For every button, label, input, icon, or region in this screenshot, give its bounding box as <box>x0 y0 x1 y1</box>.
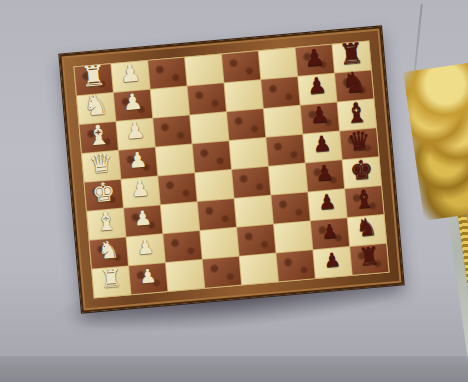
square-r6c3[interactable] <box>161 202 199 233</box>
square-r8c1[interactable]: ♜ <box>92 266 130 297</box>
white-pawn[interactable]: ♟ <box>139 265 158 285</box>
square-r2c2[interactable]: ♟ <box>114 90 152 121</box>
square-r6c1[interactable]: ♝ <box>87 209 125 240</box>
square-r6c7[interactable]: ♟ <box>308 189 346 220</box>
square-r8c3[interactable] <box>166 260 204 291</box>
square-r7c1[interactable]: ♞ <box>90 237 128 268</box>
square-r6c4[interactable] <box>198 199 236 230</box>
square-r8c7[interactable]: ♟ <box>313 247 351 278</box>
square-r7c3[interactable] <box>163 231 201 262</box>
red-bishop[interactable]: ♝ <box>343 97 369 126</box>
gilt-mirror <box>418 43 468 377</box>
red-pawn[interactable]: ♟ <box>309 103 331 127</box>
board-squares: ♜♟♟♜♞♟♟♞♝♟♟♝♛♟♟♛♚♟♟♚♝♟♟♝♞♟♟♞♜♟♟♜ <box>73 41 389 299</box>
red-queen[interactable]: ♛ <box>346 127 371 155</box>
square-r2c3[interactable] <box>151 87 189 118</box>
square-r6c5[interactable] <box>235 196 273 227</box>
red-pawn[interactable]: ♟ <box>312 133 333 156</box>
square-r8c5[interactable] <box>240 253 278 284</box>
square-r5c2[interactable]: ♟ <box>121 176 159 207</box>
white-pawn[interactable]: ♟ <box>133 207 153 228</box>
red-king[interactable]: ♚ <box>349 156 374 184</box>
red-knight[interactable]: ♞ <box>355 215 379 241</box>
square-r4c4[interactable] <box>193 141 231 172</box>
red-rook[interactable]: ♜ <box>357 243 381 269</box>
photo-scene: ♜♟♟♜♞♟♟♞♝♟♟♝♛♟♟♛♚♟♟♚♝♟♟♝♞♟♟♞♜♟♟♜ <box>0 0 468 382</box>
white-king[interactable]: ♚ <box>91 178 116 206</box>
square-r7c4[interactable] <box>200 228 238 259</box>
square-r3c4[interactable] <box>190 112 228 143</box>
square-r6c6[interactable] <box>271 192 309 223</box>
square-r5c4[interactable] <box>195 170 233 201</box>
mirror-crest-ornament <box>403 63 468 221</box>
square-r5c7[interactable]: ♟ <box>306 160 344 191</box>
red-pawn[interactable]: ♟ <box>314 162 335 185</box>
red-pawn[interactable]: ♟ <box>306 74 328 98</box>
square-r7c2[interactable]: ♟ <box>127 234 165 265</box>
square-r1c5[interactable] <box>222 51 260 82</box>
red-pawn[interactable]: ♟ <box>323 249 342 269</box>
square-r3c6[interactable] <box>264 106 302 137</box>
square-r6c8[interactable]: ♝ <box>345 186 383 217</box>
square-r8c4[interactable] <box>203 257 241 288</box>
white-pawn[interactable]: ♟ <box>122 91 144 115</box>
white-knight[interactable]: ♞ <box>82 91 109 121</box>
square-r4c7[interactable]: ♟ <box>303 131 341 162</box>
square-r1c4[interactable] <box>185 54 223 85</box>
red-pawn[interactable]: ♟ <box>303 45 326 70</box>
square-r2c5[interactable] <box>224 80 262 111</box>
chess-board: ♜♟♟♜♞♟♟♞♝♟♟♝♛♟♟♛♚♟♟♚♝♟♟♝♞♟♟♞♜♟♟♜ <box>59 26 403 312</box>
square-r5c3[interactable] <box>158 173 196 204</box>
white-knight[interactable]: ♞ <box>97 237 121 263</box>
square-r7c7[interactable]: ♟ <box>311 218 349 249</box>
white-pawn[interactable]: ♟ <box>128 149 149 172</box>
red-pawn[interactable]: ♟ <box>320 220 339 240</box>
square-r7c6[interactable] <box>274 221 312 252</box>
red-bishop[interactable]: ♝ <box>352 185 377 212</box>
square-r3c2[interactable]: ♟ <box>116 119 154 150</box>
square-r7c5[interactable] <box>237 225 275 256</box>
square-r4c3[interactable] <box>156 144 194 175</box>
square-r8c6[interactable] <box>276 250 314 281</box>
square-r3c3[interactable] <box>153 115 191 146</box>
square-r4c6[interactable] <box>266 135 304 166</box>
square-r3c7[interactable]: ♟ <box>301 103 339 134</box>
square-r5c5[interactable] <box>232 167 270 198</box>
square-r8c2[interactable]: ♟ <box>129 263 167 294</box>
white-pawn[interactable]: ♟ <box>136 237 155 257</box>
white-bishop[interactable]: ♝ <box>94 208 119 235</box>
square-r1c6[interactable] <box>259 48 297 79</box>
white-rook[interactable]: ♜ <box>99 266 123 292</box>
square-r1c2[interactable]: ♟ <box>111 61 149 92</box>
white-bishop[interactable]: ♝ <box>85 120 111 149</box>
white-pawn[interactable]: ♟ <box>130 178 151 201</box>
white-queen[interactable]: ♛ <box>88 149 113 177</box>
white-pawn[interactable]: ♟ <box>125 119 147 143</box>
red-knight[interactable]: ♞ <box>340 68 367 98</box>
square-r8c8[interactable]: ♜ <box>350 244 388 275</box>
red-pawn[interactable]: ♟ <box>317 191 337 212</box>
square-r1c7[interactable]: ♟ <box>296 45 334 76</box>
floor-band <box>0 356 468 382</box>
square-r6c2[interactable]: ♟ <box>124 205 162 236</box>
square-r5c6[interactable] <box>269 164 307 195</box>
square-r1c3[interactable] <box>148 58 186 89</box>
square-r2c7[interactable]: ♟ <box>298 74 336 105</box>
square-r2c6[interactable] <box>261 77 299 108</box>
white-pawn[interactable]: ♟ <box>119 61 142 86</box>
square-r7c8[interactable]: ♞ <box>348 215 386 246</box>
square-r3c5[interactable] <box>227 109 265 140</box>
square-r4c2[interactable]: ♟ <box>119 148 157 179</box>
square-r4c5[interactable] <box>230 138 268 169</box>
square-r2c4[interactable] <box>188 83 226 114</box>
